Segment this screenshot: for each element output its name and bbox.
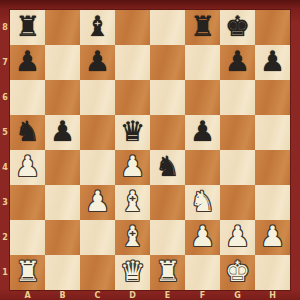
- square-h1[interactable]: [255, 255, 290, 290]
- black-pawn[interactable]: ♟: [255, 45, 290, 80]
- square-e2[interactable]: [150, 220, 185, 255]
- square-f7[interactable]: [185, 45, 220, 80]
- square-c6[interactable]: [80, 80, 115, 115]
- square-c8[interactable]: ♝: [80, 10, 115, 45]
- white-pawn[interactable]: ♟: [255, 220, 290, 255]
- file-label-c: C: [80, 290, 115, 300]
- square-d3[interactable]: ♝: [115, 185, 150, 220]
- square-a3[interactable]: [10, 185, 45, 220]
- square-e3[interactable]: [150, 185, 185, 220]
- square-h8[interactable]: [255, 10, 290, 45]
- white-rook[interactable]: ♜: [10, 255, 45, 290]
- file-label-g: G: [220, 290, 255, 300]
- square-b4[interactable]: [45, 150, 80, 185]
- file-label-f: F: [185, 290, 220, 300]
- square-a7[interactable]: ♟: [10, 45, 45, 80]
- black-pawn[interactable]: ♟: [45, 115, 80, 150]
- rank-label-4: 4: [0, 150, 10, 185]
- black-king[interactable]: ♚: [220, 10, 255, 45]
- square-g3[interactable]: [220, 185, 255, 220]
- square-b7[interactable]: [45, 45, 80, 80]
- square-a1[interactable]: ♜: [10, 255, 45, 290]
- square-f5[interactable]: ♟: [185, 115, 220, 150]
- square-f8[interactable]: ♜: [185, 10, 220, 45]
- square-f2[interactable]: ♟: [185, 220, 220, 255]
- white-pawn[interactable]: ♟: [10, 150, 45, 185]
- square-h4[interactable]: [255, 150, 290, 185]
- black-rook[interactable]: ♜: [185, 10, 220, 45]
- square-d8[interactable]: [115, 10, 150, 45]
- square-e7[interactable]: [150, 45, 185, 80]
- white-knight[interactable]: ♞: [185, 185, 220, 220]
- square-a6[interactable]: [10, 80, 45, 115]
- rank-label-1: 1: [0, 255, 10, 290]
- square-c1[interactable]: [80, 255, 115, 290]
- square-c4[interactable]: [80, 150, 115, 185]
- square-g4[interactable]: [220, 150, 255, 185]
- file-label-h: H: [255, 290, 290, 300]
- file-labels: ABCDEFGH: [10, 290, 290, 300]
- square-e1[interactable]: ♜: [150, 255, 185, 290]
- square-c7[interactable]: ♟: [80, 45, 115, 80]
- square-g6[interactable]: [220, 80, 255, 115]
- square-c5[interactable]: [80, 115, 115, 150]
- rank-label-2: 2: [0, 220, 10, 255]
- square-c3[interactable]: ♟: [80, 185, 115, 220]
- board-frame: 87654321 ♜♝♜♚♟♟♟♟♞♟♛♟♟♟♞♟♝♞♝♟♟♟♜♛♜♚ ABCD…: [0, 0, 300, 300]
- square-b6[interactable]: [45, 80, 80, 115]
- white-bishop[interactable]: ♝: [115, 185, 150, 220]
- rank-labels: 87654321: [0, 10, 10, 290]
- square-f3[interactable]: ♞: [185, 185, 220, 220]
- square-h2[interactable]: ♟: [255, 220, 290, 255]
- square-b2[interactable]: [45, 220, 80, 255]
- square-b1[interactable]: [45, 255, 80, 290]
- square-e8[interactable]: [150, 10, 185, 45]
- square-a8[interactable]: ♜: [10, 10, 45, 45]
- square-e5[interactable]: [150, 115, 185, 150]
- square-a4[interactable]: ♟: [10, 150, 45, 185]
- square-g1[interactable]: ♚: [220, 255, 255, 290]
- square-f1[interactable]: [185, 255, 220, 290]
- square-f4[interactable]: [185, 150, 220, 185]
- rank-label-8: 8: [0, 10, 10, 45]
- rank-label-6: 6: [0, 80, 10, 115]
- black-rook[interactable]: ♜: [10, 10, 45, 45]
- rank-label-3: 3: [0, 185, 10, 220]
- black-pawn[interactable]: ♟: [185, 115, 220, 150]
- white-pawn[interactable]: ♟: [185, 220, 220, 255]
- square-c2[interactable]: [80, 220, 115, 255]
- square-e6[interactable]: [150, 80, 185, 115]
- file-label-d: D: [115, 290, 150, 300]
- chess-board[interactable]: ♜♝♜♚♟♟♟♟♞♟♛♟♟♟♞♟♝♞♝♟♟♟♜♛♜♚: [10, 10, 290, 290]
- square-a2[interactable]: [10, 220, 45, 255]
- square-b8[interactable]: [45, 10, 80, 45]
- white-king[interactable]: ♚: [220, 255, 255, 290]
- white-pawn[interactable]: ♟: [220, 220, 255, 255]
- square-a5[interactable]: ♞: [10, 115, 45, 150]
- square-f6[interactable]: [185, 80, 220, 115]
- file-label-e: E: [150, 290, 185, 300]
- black-pawn[interactable]: ♟: [10, 45, 45, 80]
- square-g5[interactable]: [220, 115, 255, 150]
- square-g8[interactable]: ♚: [220, 10, 255, 45]
- square-g7[interactable]: ♟: [220, 45, 255, 80]
- square-h7[interactable]: ♟: [255, 45, 290, 80]
- black-queen[interactable]: ♛: [115, 115, 150, 150]
- square-d7[interactable]: [115, 45, 150, 80]
- black-bishop[interactable]: ♝: [80, 10, 115, 45]
- white-bishop[interactable]: ♝: [115, 220, 150, 255]
- black-knight[interactable]: ♞: [10, 115, 45, 150]
- square-d4[interactable]: ♟: [115, 150, 150, 185]
- black-pawn[interactable]: ♟: [80, 45, 115, 80]
- square-d2[interactable]: ♝: [115, 220, 150, 255]
- file-label-a: A: [10, 290, 45, 300]
- square-b3[interactable]: [45, 185, 80, 220]
- square-b5[interactable]: ♟: [45, 115, 80, 150]
- square-d1[interactable]: ♛: [115, 255, 150, 290]
- white-queen[interactable]: ♛: [115, 255, 150, 290]
- rank-label-5: 5: [0, 115, 10, 150]
- white-rook[interactable]: ♜: [150, 255, 185, 290]
- black-pawn[interactable]: ♟: [220, 45, 255, 80]
- square-g2[interactable]: ♟: [220, 220, 255, 255]
- black-knight[interactable]: ♞: [150, 150, 185, 185]
- white-pawn[interactable]: ♟: [80, 185, 115, 220]
- square-h3[interactable]: [255, 185, 290, 220]
- file-label-b: B: [45, 290, 80, 300]
- square-e4[interactable]: ♞: [150, 150, 185, 185]
- square-d6[interactable]: [115, 80, 150, 115]
- square-h5[interactable]: [255, 115, 290, 150]
- rank-label-7: 7: [0, 45, 10, 80]
- square-h6[interactable]: [255, 80, 290, 115]
- square-d5[interactable]: ♛: [115, 115, 150, 150]
- white-pawn[interactable]: ♟: [115, 150, 150, 185]
